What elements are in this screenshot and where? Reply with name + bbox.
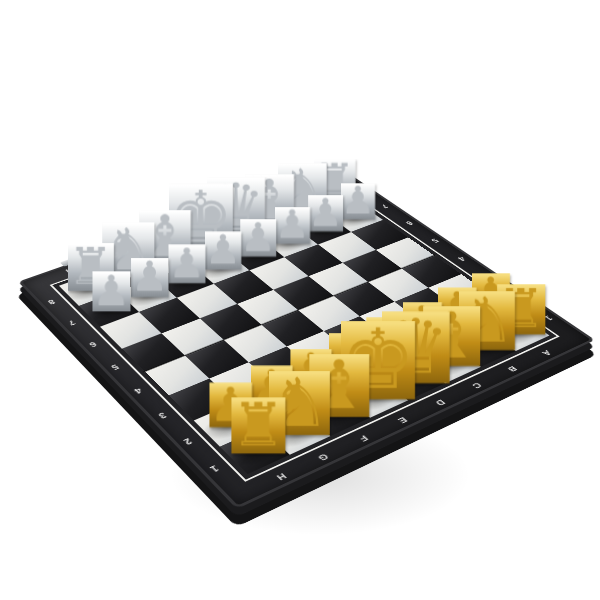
product-photo: HGFEDCBA HGFEDCBA 12345678 12345678 ♜♞♝♚… <box>0 0 600 600</box>
piece-silver-pawn: ♟ <box>93 272 131 312</box>
piece-gold-rook: ♜ <box>231 397 284 454</box>
piece-silver-pawn: ♟ <box>240 219 276 257</box>
piece-silver-pawn: ♟ <box>205 232 241 270</box>
piece-silver-pawn: ♟ <box>275 207 310 244</box>
piece-silver-pawn: ♟ <box>131 258 168 297</box>
piece-silver-pawn: ♟ <box>169 244 206 283</box>
piece-silver-pawn: ♟ <box>308 195 343 232</box>
square-h1: ♜ <box>220 428 290 474</box>
